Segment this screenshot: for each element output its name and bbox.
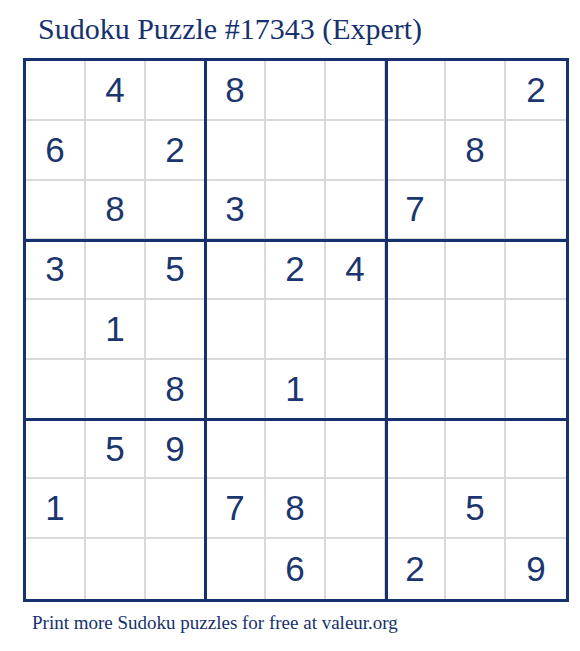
cell-r3c7[interactable]: 7 xyxy=(386,181,446,241)
cell-r3c1[interactable] xyxy=(26,181,86,241)
cell-r2c7[interactable] xyxy=(386,121,446,181)
cell-r5c5[interactable] xyxy=(266,300,326,360)
cell-r4c8[interactable] xyxy=(446,240,506,300)
cell-r4c4[interactable] xyxy=(206,240,266,300)
cell-r9c5[interactable]: 6 xyxy=(266,539,326,599)
cell-r6c1[interactable] xyxy=(26,360,86,420)
cell-r5c3[interactable] xyxy=(146,300,206,360)
cell-r6c4[interactable] xyxy=(206,360,266,420)
cell-r9c9[interactable]: 9 xyxy=(506,539,566,599)
cell-r2c3[interactable]: 2 xyxy=(146,121,206,181)
cell-r5c6[interactable] xyxy=(326,300,386,360)
cell-r5c9[interactable] xyxy=(506,300,566,360)
cell-r8c7[interactable] xyxy=(386,479,446,539)
cell-r6c7[interactable] xyxy=(386,360,446,420)
cell-r8c1[interactable]: 1 xyxy=(26,479,86,539)
cell-r1c4[interactable]: 8 xyxy=(206,61,266,121)
box-divider-vertical-1 xyxy=(204,61,207,599)
cell-r9c3[interactable] xyxy=(146,539,206,599)
cell-r1c6[interactable] xyxy=(326,61,386,121)
cell-r8c8[interactable]: 5 xyxy=(446,479,506,539)
cell-r4c2[interactable] xyxy=(86,240,146,300)
cell-r5c1[interactable] xyxy=(26,300,86,360)
box-divider-vertical-2 xyxy=(385,61,388,599)
cell-r6c6[interactable] xyxy=(326,360,386,420)
cell-r5c2[interactable]: 1 xyxy=(86,300,146,360)
sudoku-print-page: Sudoku Puzzle #17343 (Expert) 4826288373… xyxy=(0,0,580,651)
cell-r4c1[interactable]: 3 xyxy=(26,240,86,300)
cell-r1c7[interactable] xyxy=(386,61,446,121)
cell-r8c3[interactable] xyxy=(146,479,206,539)
sudoku-board: 4826288373524181591785629 xyxy=(23,58,569,602)
cell-r5c8[interactable] xyxy=(446,300,506,360)
cell-r2c2[interactable] xyxy=(86,121,146,181)
footer-note: Print more Sudoku puzzles for free at va… xyxy=(32,612,398,634)
cell-r1c2[interactable]: 4 xyxy=(86,61,146,121)
cell-r1c3[interactable] xyxy=(146,61,206,121)
cell-r2c4[interactable] xyxy=(206,121,266,181)
cell-r7c5[interactable] xyxy=(266,420,326,480)
cell-r1c1[interactable] xyxy=(26,61,86,121)
cell-r8c9[interactable] xyxy=(506,479,566,539)
cell-r5c4[interactable] xyxy=(206,300,266,360)
cell-r7c6[interactable] xyxy=(326,420,386,480)
cell-r7c7[interactable] xyxy=(386,420,446,480)
cell-r8c4[interactable]: 7 xyxy=(206,479,266,539)
page-title: Sudoku Puzzle #17343 (Expert) xyxy=(38,12,422,46)
cell-r9c1[interactable] xyxy=(26,539,86,599)
cell-r7c1[interactable] xyxy=(26,420,86,480)
box-divider-horizontal-1 xyxy=(26,239,566,242)
cell-r8c5[interactable]: 8 xyxy=(266,479,326,539)
cell-r3c3[interactable] xyxy=(146,181,206,241)
cell-r7c2[interactable]: 5 xyxy=(86,420,146,480)
cell-r2c9[interactable] xyxy=(506,121,566,181)
cell-r3c8[interactable] xyxy=(446,181,506,241)
cell-r2c8[interactable]: 8 xyxy=(446,121,506,181)
cell-r2c6[interactable] xyxy=(326,121,386,181)
cell-r5c7[interactable] xyxy=(386,300,446,360)
sudoku-grid: 4826288373524181591785629 xyxy=(26,61,566,599)
cell-r2c1[interactable]: 6 xyxy=(26,121,86,181)
cell-r6c5[interactable]: 1 xyxy=(266,360,326,420)
cell-r6c3[interactable]: 8 xyxy=(146,360,206,420)
cell-r9c2[interactable] xyxy=(86,539,146,599)
cell-r8c2[interactable] xyxy=(86,479,146,539)
cell-r4c6[interactable]: 4 xyxy=(326,240,386,300)
cell-r6c2[interactable] xyxy=(86,360,146,420)
cell-r9c8[interactable] xyxy=(446,539,506,599)
cell-r1c5[interactable] xyxy=(266,61,326,121)
cell-r7c4[interactable] xyxy=(206,420,266,480)
cell-r3c2[interactable]: 8 xyxy=(86,181,146,241)
cell-r7c8[interactable] xyxy=(446,420,506,480)
cell-r4c5[interactable]: 2 xyxy=(266,240,326,300)
cell-r9c6[interactable] xyxy=(326,539,386,599)
cell-r8c6[interactable] xyxy=(326,479,386,539)
cell-r9c4[interactable] xyxy=(206,539,266,599)
cell-r6c9[interactable] xyxy=(506,360,566,420)
cell-r7c3[interactable]: 9 xyxy=(146,420,206,480)
cell-r3c6[interactable] xyxy=(326,181,386,241)
cell-r4c9[interactable] xyxy=(506,240,566,300)
cell-r4c7[interactable] xyxy=(386,240,446,300)
cell-r7c9[interactable] xyxy=(506,420,566,480)
cell-r1c9[interactable]: 2 xyxy=(506,61,566,121)
cell-r3c5[interactable] xyxy=(266,181,326,241)
cell-r9c7[interactable]: 2 xyxy=(386,539,446,599)
cell-r1c8[interactable] xyxy=(446,61,506,121)
cell-r2c5[interactable] xyxy=(266,121,326,181)
cell-r4c3[interactable]: 5 xyxy=(146,240,206,300)
cell-r3c9[interactable] xyxy=(506,181,566,241)
box-divider-horizontal-2 xyxy=(26,418,566,421)
cell-r6c8[interactable] xyxy=(446,360,506,420)
cell-r3c4[interactable]: 3 xyxy=(206,181,266,241)
